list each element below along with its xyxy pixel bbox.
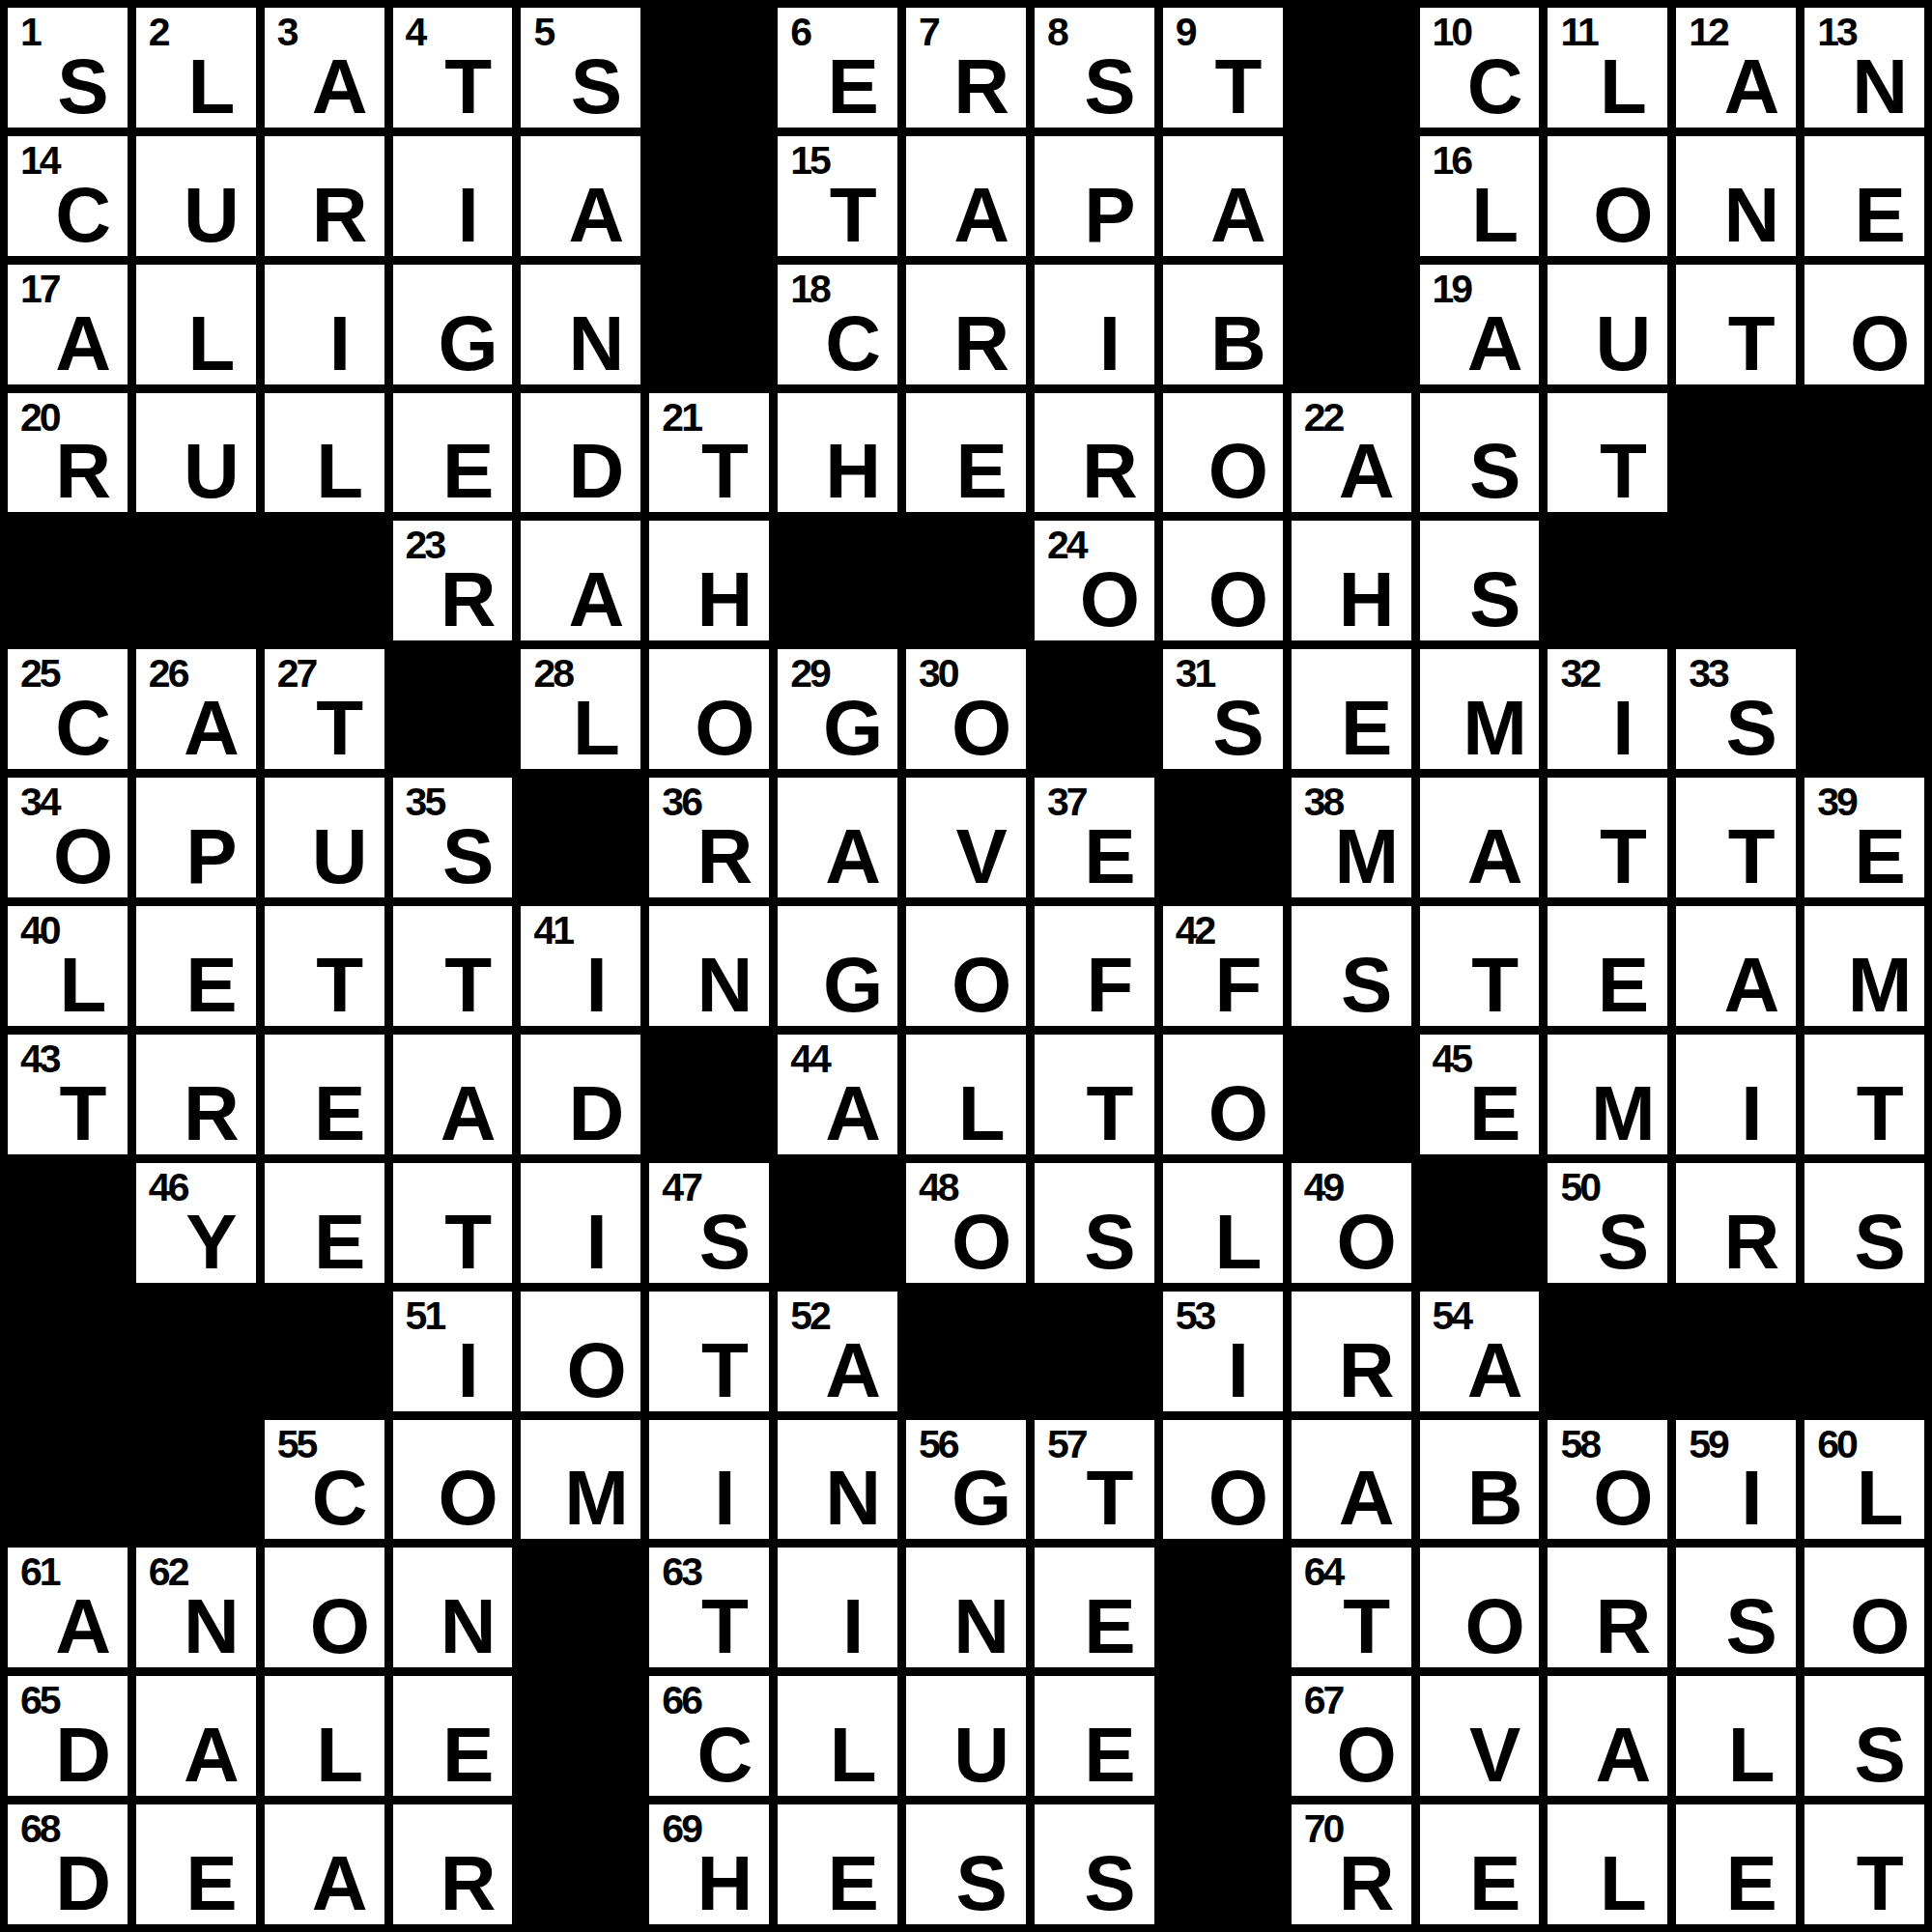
- cell-r9c1[interactable]: 43T: [8, 1035, 128, 1154]
- cell-letter: A: [298, 48, 382, 126]
- cell-r5c6[interactable]: H: [649, 521, 769, 640]
- cell-r15c14[interactable]: E: [1676, 1804, 1796, 1924]
- cell-r8c8[interactable]: O: [906, 906, 1026, 1026]
- cell-r6c8[interactable]: 30O: [906, 649, 1026, 769]
- cell-r13c2[interactable]: 62N: [136, 1548, 256, 1667]
- cell-r1c9[interactable]: 8S: [1035, 8, 1154, 128]
- cell-r4c5[interactable]: D: [521, 393, 640, 513]
- cell-r1c12[interactable]: 10C: [1420, 8, 1540, 128]
- cell-letter: G: [811, 947, 895, 1024]
- block-r11c15: [1804, 1292, 1924, 1411]
- cell-letter: R: [940, 305, 1024, 383]
- cell-letter: T: [1453, 947, 1537, 1024]
- cell-r6c12[interactable]: M: [1420, 649, 1540, 769]
- cell-letter: T: [1196, 48, 1280, 126]
- cell-r2c15[interactable]: E: [1804, 136, 1924, 256]
- cell-r15c3[interactable]: A: [265, 1804, 384, 1924]
- cell-letter: A: [940, 177, 1024, 254]
- clue-number: 14: [20, 141, 59, 181]
- cell-letter: A: [811, 1075, 895, 1152]
- cell-letter: C: [42, 690, 126, 767]
- cell-r12c8[interactable]: 56G: [906, 1420, 1026, 1540]
- cell-letter: F: [1068, 947, 1152, 1024]
- clue-number: 42: [1176, 911, 1214, 951]
- cell-r13c15[interactable]: O: [1804, 1548, 1924, 1667]
- cell-r13c1[interactable]: 61A: [8, 1548, 128, 1667]
- block-r1c6: [649, 8, 769, 128]
- cell-r4c10[interactable]: O: [1163, 393, 1283, 513]
- cell-r7c3[interactable]: U: [265, 778, 384, 897]
- cell-r14c6[interactable]: 66C: [649, 1676, 769, 1796]
- cell-letter: V: [1453, 1717, 1537, 1794]
- cell-r1c4[interactable]: 4T: [393, 8, 513, 128]
- clue-number: 26: [149, 654, 187, 694]
- cell-r12c10[interactable]: O: [1163, 1420, 1283, 1540]
- cell-r12c13[interactable]: 58O: [1548, 1420, 1667, 1540]
- cell-letter: L: [298, 1717, 382, 1794]
- cell-letter: E: [1453, 1845, 1537, 1922]
- cell-letter: S: [1710, 690, 1794, 767]
- cell-r3c8[interactable]: R: [906, 265, 1026, 384]
- cell-r9c8[interactable]: L: [906, 1035, 1026, 1154]
- cell-r8c1[interactable]: 40L: [8, 906, 128, 1026]
- cell-r9c2[interactable]: R: [136, 1035, 256, 1154]
- cell-r8c13[interactable]: E: [1548, 906, 1667, 1026]
- cell-r7c7[interactable]: A: [778, 778, 897, 897]
- cell-r6c3[interactable]: 27T: [265, 649, 384, 769]
- cell-letter: O: [683, 690, 767, 767]
- cell-r4c7[interactable]: H: [778, 393, 897, 513]
- cell-r2c14[interactable]: N: [1676, 136, 1796, 256]
- cell-r3c15[interactable]: O: [1804, 265, 1924, 384]
- cell-r1c5[interactable]: 5S: [521, 8, 640, 128]
- cell-r11c10[interactable]: 53I: [1163, 1292, 1283, 1411]
- cell-r9c10[interactable]: O: [1163, 1035, 1283, 1154]
- block-r11c1: [8, 1292, 128, 1411]
- cell-r10c8[interactable]: 48O: [906, 1163, 1026, 1283]
- cell-letter: N: [170, 1588, 254, 1665]
- clue-number: 1: [20, 13, 40, 52]
- cell-r9c12[interactable]: 45E: [1420, 1035, 1540, 1154]
- clue-number: 50: [1560, 1168, 1599, 1207]
- cell-r2c13[interactable]: O: [1548, 136, 1667, 256]
- cell-r3c14[interactable]: T: [1676, 265, 1796, 384]
- cell-letter: T: [683, 433, 767, 510]
- clue-number: 33: [1689, 654, 1727, 694]
- cell-letter: D: [554, 433, 639, 510]
- cell-r13c8[interactable]: N: [906, 1548, 1026, 1667]
- cell-r15c12[interactable]: E: [1420, 1804, 1540, 1924]
- cell-r13c3[interactable]: O: [265, 1548, 384, 1667]
- cell-r8c12[interactable]: T: [1420, 906, 1540, 1026]
- cell-r12c3[interactable]: 55C: [265, 1420, 384, 1540]
- cell-letter: O: [1453, 1588, 1537, 1665]
- cell-letter: T: [683, 1588, 767, 1665]
- cell-letter: A: [554, 177, 639, 254]
- cell-letter: A: [426, 1075, 510, 1152]
- cell-letter: S: [426, 818, 510, 895]
- cell-r10c13[interactable]: 50S: [1548, 1163, 1667, 1283]
- cell-r14c1[interactable]: 65D: [8, 1676, 128, 1796]
- cell-r7c2[interactable]: P: [136, 778, 256, 897]
- cell-r4c2[interactable]: U: [136, 393, 256, 513]
- cell-r12c6[interactable]: I: [649, 1420, 769, 1540]
- cell-r6c10[interactable]: 31S: [1163, 649, 1283, 769]
- cell-r7c1[interactable]: 34O: [8, 778, 128, 897]
- cell-r6c2[interactable]: 26A: [136, 649, 256, 769]
- clue-number: 62: [149, 1552, 187, 1592]
- cell-r7c14[interactable]: T: [1676, 778, 1796, 897]
- block-r6c4: [393, 649, 513, 769]
- cell-letter: L: [940, 1075, 1024, 1152]
- cell-letter: O: [1324, 1717, 1408, 1794]
- cell-letter: O: [298, 1588, 382, 1665]
- cell-r6c11[interactable]: E: [1292, 649, 1411, 769]
- cell-r11c4[interactable]: 51I: [393, 1292, 513, 1411]
- cell-r14c14[interactable]: L: [1676, 1676, 1796, 1796]
- cell-r1c2[interactable]: 2L: [136, 8, 256, 128]
- cell-r3c5[interactable]: N: [521, 265, 640, 384]
- cell-r9c4[interactable]: A: [393, 1035, 513, 1154]
- clue-number: 15: [790, 141, 829, 181]
- block-r5c3: [265, 521, 384, 640]
- cell-r12c5[interactable]: M: [521, 1420, 640, 1540]
- cell-r5c12[interactable]: S: [1420, 521, 1540, 640]
- cell-r7c11[interactable]: 38M: [1292, 778, 1411, 897]
- cell-r8c2[interactable]: E: [136, 906, 256, 1026]
- cell-letter: R: [1068, 433, 1152, 510]
- cell-letter: E: [298, 1204, 382, 1281]
- cell-r2c1[interactable]: 14C: [8, 136, 128, 256]
- cell-r4c8[interactable]: E: [906, 393, 1026, 513]
- cell-r13c4[interactable]: N: [393, 1548, 513, 1667]
- cell-r13c9[interactable]: E: [1035, 1548, 1154, 1667]
- cell-r12c4[interactable]: O: [393, 1420, 513, 1540]
- cell-r5c5[interactable]: A: [521, 521, 640, 640]
- cell-letter: H: [683, 1845, 767, 1922]
- cell-letter: S: [1453, 433, 1537, 510]
- cell-r10c6[interactable]: 47S: [649, 1163, 769, 1283]
- cell-r15c7[interactable]: E: [778, 1804, 897, 1924]
- cell-r9c14[interactable]: I: [1676, 1035, 1796, 1154]
- cell-r7c8[interactable]: V: [906, 778, 1026, 897]
- cell-r15c2[interactable]: E: [136, 1804, 256, 1924]
- cell-letter: T: [1581, 433, 1665, 510]
- cell-r13c11[interactable]: 64T: [1292, 1548, 1411, 1667]
- cell-r8c3[interactable]: T: [265, 906, 384, 1026]
- clue-number: 2: [149, 13, 168, 52]
- cell-r4c13[interactable]: T: [1548, 393, 1667, 513]
- block-r5c8: [906, 521, 1026, 640]
- cell-r11c7[interactable]: 52A: [778, 1292, 897, 1411]
- cell-r14c9[interactable]: E: [1035, 1676, 1154, 1796]
- block-r4c15: [1804, 393, 1924, 513]
- block-r15c5: [521, 1804, 640, 1924]
- cell-r6c14[interactable]: 33S: [1676, 649, 1796, 769]
- cell-r10c15[interactable]: S: [1804, 1163, 1924, 1283]
- cell-r14c13[interactable]: A: [1548, 1676, 1667, 1796]
- cell-r13c12[interactable]: O: [1420, 1548, 1540, 1667]
- cell-r2c5[interactable]: A: [521, 136, 640, 256]
- cell-r15c4[interactable]: R: [393, 1804, 513, 1924]
- clue-number: 57: [1047, 1425, 1086, 1464]
- cell-r14c12[interactable]: V: [1420, 1676, 1540, 1796]
- cell-r2c2[interactable]: U: [136, 136, 256, 256]
- cell-r1c3[interactable]: 3A: [265, 8, 384, 128]
- cell-r5c10[interactable]: O: [1163, 521, 1283, 640]
- cell-r7c9[interactable]: 37E: [1035, 778, 1154, 897]
- cell-letter: A: [42, 1588, 126, 1665]
- cell-r1c8[interactable]: 7R: [906, 8, 1026, 128]
- cell-r6c6[interactable]: O: [649, 649, 769, 769]
- cell-r12c11[interactable]: A: [1292, 1420, 1411, 1540]
- cell-letter: S: [1838, 1204, 1922, 1281]
- cell-r11c12[interactable]: 54A: [1420, 1292, 1540, 1411]
- cell-r3c9[interactable]: I: [1035, 265, 1154, 384]
- clue-number: 18: [790, 270, 829, 309]
- cell-r3c2[interactable]: L: [136, 265, 256, 384]
- cell-r9c15[interactable]: T: [1804, 1035, 1924, 1154]
- cell-r12c14[interactable]: 59I: [1676, 1420, 1796, 1540]
- clue-number: 61: [20, 1552, 59, 1592]
- clue-number: 35: [406, 782, 444, 822]
- cell-letter: E: [811, 48, 895, 126]
- cell-letter: U: [170, 177, 254, 254]
- clue-number: 40: [20, 911, 59, 951]
- cell-r8c14[interactable]: A: [1676, 906, 1796, 1026]
- cell-letter: I: [426, 177, 510, 254]
- clue-number: 68: [20, 1809, 59, 1849]
- cell-letter: D: [554, 1075, 639, 1152]
- cell-r15c6[interactable]: 69H: [649, 1804, 769, 1924]
- cell-r3c3[interactable]: I: [265, 265, 384, 384]
- cell-r9c7[interactable]: 44A: [778, 1035, 897, 1154]
- clue-number: 51: [406, 1296, 444, 1336]
- cell-letter: N: [426, 1588, 510, 1665]
- cell-r4c4[interactable]: E: [393, 393, 513, 513]
- cell-r7c13[interactable]: T: [1548, 778, 1667, 897]
- cell-r6c1[interactable]: 25C: [8, 649, 128, 769]
- cell-r5c9[interactable]: 24O: [1035, 521, 1154, 640]
- cell-r12c12[interactable]: B: [1420, 1420, 1540, 1540]
- cell-letter: R: [940, 48, 1024, 126]
- clue-number: 41: [533, 911, 572, 951]
- cell-r3c12[interactable]: 19A: [1420, 265, 1540, 384]
- cell-r11c6[interactable]: T: [649, 1292, 769, 1411]
- cell-r15c13[interactable]: L: [1548, 1804, 1667, 1924]
- cell-letter: A: [298, 1845, 382, 1922]
- cell-letter: I: [683, 1460, 767, 1537]
- block-r12c2: [136, 1420, 256, 1540]
- block-r6c9: [1035, 649, 1154, 769]
- cell-r4c11[interactable]: 22A: [1292, 393, 1411, 513]
- cell-r1c7[interactable]: 6E: [778, 8, 897, 128]
- cell-r15c15[interactable]: T: [1804, 1804, 1924, 1924]
- cell-r10c3[interactable]: E: [265, 1163, 384, 1283]
- cell-letter: H: [1324, 561, 1408, 639]
- cell-r14c8[interactable]: U: [906, 1676, 1026, 1796]
- cell-letter: A: [170, 1717, 254, 1794]
- block-r2c6: [649, 136, 769, 256]
- cell-r3c13[interactable]: U: [1548, 265, 1667, 384]
- cell-r1c13[interactable]: 11L: [1548, 8, 1667, 128]
- cell-letter: I: [1710, 1075, 1794, 1152]
- cell-letter: O: [426, 1460, 510, 1537]
- cell-r13c14[interactable]: S: [1676, 1548, 1796, 1667]
- cell-r3c7[interactable]: 18C: [778, 265, 897, 384]
- cell-letter: O: [940, 690, 1024, 767]
- cell-r9c5[interactable]: D: [521, 1035, 640, 1154]
- cell-letter: Y: [170, 1204, 254, 1281]
- cell-r12c9[interactable]: 57T: [1035, 1420, 1154, 1540]
- cell-letter: T: [1710, 305, 1794, 383]
- cell-r2c7[interactable]: 15T: [778, 136, 897, 256]
- cell-r12c15[interactable]: 60L: [1804, 1420, 1924, 1540]
- cell-r10c11[interactable]: 49O: [1292, 1163, 1411, 1283]
- clue-number: 65: [20, 1681, 59, 1720]
- block-r13c5: [521, 1548, 640, 1667]
- cell-r9c9[interactable]: T: [1035, 1035, 1154, 1154]
- clue-number: 55: [277, 1425, 316, 1464]
- cell-letter: R: [1324, 1332, 1408, 1409]
- cell-r4c9[interactable]: R: [1035, 393, 1154, 513]
- cell-letter: C: [298, 1460, 382, 1537]
- cell-r8c5[interactable]: 41I: [521, 906, 640, 1026]
- cell-letter: R: [1710, 1204, 1794, 1281]
- cell-letter: M: [1453, 690, 1537, 767]
- cell-r14c15[interactable]: S: [1804, 1676, 1924, 1796]
- cell-r15c11[interactable]: 70R: [1292, 1804, 1411, 1924]
- cell-r1c15[interactable]: 13N: [1804, 8, 1924, 128]
- cell-letter: N: [811, 1460, 895, 1537]
- cell-letter: A: [1453, 818, 1537, 895]
- cell-r8c9[interactable]: F: [1035, 906, 1154, 1026]
- block-r11c14: [1676, 1292, 1796, 1411]
- clue-number: 7: [919, 13, 938, 52]
- block-r14c10: [1163, 1676, 1283, 1796]
- cell-r9c3[interactable]: E: [265, 1035, 384, 1154]
- cell-letter: O: [1324, 1204, 1408, 1281]
- cell-r10c10[interactable]: L: [1163, 1163, 1283, 1283]
- clue-number: 9: [1176, 13, 1195, 52]
- cell-r8c11[interactable]: S: [1292, 906, 1411, 1026]
- cell-r4c1[interactable]: 20R: [8, 393, 128, 513]
- cell-r10c5[interactable]: I: [521, 1163, 640, 1283]
- cell-letter: A: [554, 561, 639, 639]
- cell-r4c3[interactable]: L: [265, 393, 384, 513]
- cell-r1c1[interactable]: 1S: [8, 8, 128, 128]
- cell-r2c8[interactable]: A: [906, 136, 1026, 256]
- cell-letter: E: [170, 947, 254, 1024]
- cell-r7c6[interactable]: 36R: [649, 778, 769, 897]
- cell-letter: H: [683, 561, 767, 639]
- clue-number: 19: [1433, 270, 1471, 309]
- cell-letter: L: [554, 690, 639, 767]
- cell-r3c4[interactable]: G: [393, 265, 513, 384]
- cell-r7c15[interactable]: 39E: [1804, 778, 1924, 897]
- clue-number: 28: [533, 654, 572, 694]
- cell-letter: G: [811, 690, 895, 767]
- cell-r13c13[interactable]: R: [1548, 1548, 1667, 1667]
- cell-r4c12[interactable]: S: [1420, 393, 1540, 513]
- cell-r8c4[interactable]: T: [393, 906, 513, 1026]
- cell-r13c6[interactable]: 63T: [649, 1548, 769, 1667]
- cell-letter: O: [1838, 305, 1922, 383]
- cell-r10c4[interactable]: T: [393, 1163, 513, 1283]
- block-r5c13: [1548, 521, 1667, 640]
- clue-number: 54: [1433, 1296, 1471, 1336]
- cell-r1c10[interactable]: 9T: [1163, 8, 1283, 128]
- cell-r2c9[interactable]: P: [1035, 136, 1154, 256]
- cell-r6c5[interactable]: 28L: [521, 649, 640, 769]
- cell-r14c3[interactable]: L: [265, 1676, 384, 1796]
- clue-number: 17: [20, 270, 59, 309]
- cell-letter: O: [1581, 177, 1665, 254]
- cell-r9c13[interactable]: M: [1548, 1035, 1667, 1154]
- cell-r5c11[interactable]: H: [1292, 521, 1411, 640]
- cell-letter: M: [1581, 1075, 1665, 1152]
- cell-r2c12[interactable]: 16L: [1420, 136, 1540, 256]
- clue-number: 69: [662, 1809, 700, 1849]
- cell-r1c14[interactable]: 12A: [1676, 8, 1796, 128]
- cell-r2c10[interactable]: A: [1163, 136, 1283, 256]
- cell-r15c9[interactable]: S: [1035, 1804, 1154, 1924]
- clue-number: 70: [1304, 1809, 1343, 1849]
- cell-letter: A: [1196, 177, 1280, 254]
- cell-r3c10[interactable]: B: [1163, 265, 1283, 384]
- cell-r8c15[interactable]: M: [1804, 906, 1924, 1026]
- cell-r15c1[interactable]: 68D: [8, 1804, 128, 1924]
- cell-r10c9[interactable]: S: [1035, 1163, 1154, 1283]
- cell-r8c7[interactable]: G: [778, 906, 897, 1026]
- cell-r15c8[interactable]: S: [906, 1804, 1026, 1924]
- cell-r10c14[interactable]: R: [1676, 1163, 1796, 1283]
- cell-letter: U: [298, 818, 382, 895]
- cell-letter: S: [1324, 947, 1408, 1024]
- cell-letter: O: [1196, 1075, 1280, 1152]
- cell-r11c5[interactable]: O: [521, 1292, 640, 1411]
- cell-letter: I: [426, 1332, 510, 1409]
- cell-r7c12[interactable]: A: [1420, 778, 1540, 897]
- block-r2c11: [1292, 136, 1411, 256]
- cell-r14c4[interactable]: E: [393, 1676, 513, 1796]
- cell-r8c10[interactable]: 42F: [1163, 906, 1283, 1026]
- cell-r13c7[interactable]: I: [778, 1548, 897, 1667]
- cell-letter: P: [1068, 177, 1152, 254]
- cell-letter: A: [1710, 48, 1794, 126]
- cell-r3c1[interactable]: 17A: [8, 265, 128, 384]
- cell-r7c4[interactable]: 35S: [393, 778, 513, 897]
- cell-r12c7[interactable]: N: [778, 1420, 897, 1540]
- cell-r4c6[interactable]: 21T: [649, 393, 769, 513]
- clue-number: 25: [20, 654, 59, 694]
- block-r11c8: [906, 1292, 1026, 1411]
- cell-r14c7[interactable]: L: [778, 1676, 897, 1796]
- cell-r11c11[interactable]: R: [1292, 1292, 1411, 1411]
- cell-r2c4[interactable]: I: [393, 136, 513, 256]
- cell-r14c2[interactable]: A: [136, 1676, 256, 1796]
- cell-r8c6[interactable]: N: [649, 906, 769, 1026]
- cell-r2c3[interactable]: R: [265, 136, 384, 256]
- cell-letter: O: [940, 1204, 1024, 1281]
- cell-r14c11[interactable]: 67O: [1292, 1676, 1411, 1796]
- cell-r6c7[interactable]: 29G: [778, 649, 897, 769]
- cell-letter: L: [1581, 48, 1665, 126]
- cell-r5c4[interactable]: 23R: [393, 521, 513, 640]
- cell-letter: S: [1453, 561, 1537, 639]
- cell-r6c13[interactable]: 32I: [1548, 649, 1667, 769]
- cell-r10c2[interactable]: 46Y: [136, 1163, 256, 1283]
